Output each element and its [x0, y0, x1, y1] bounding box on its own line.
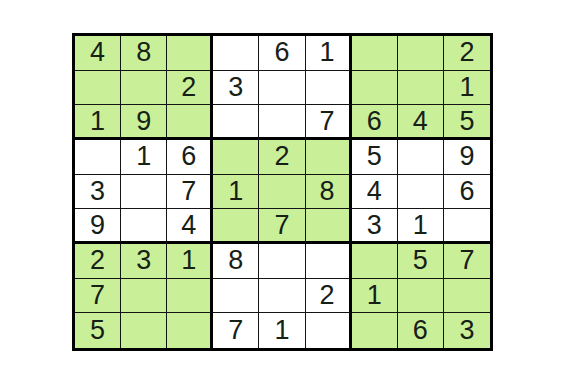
sudoku-cell-r3c6[interactable]: 7 [306, 105, 352, 140]
sudoku-cell-r4c6[interactable] [306, 140, 352, 175]
sudoku-cell-r3c1[interactable]: 1 [75, 105, 121, 140]
sudoku-cell-r5c5[interactable] [259, 175, 305, 210]
sudoku-cell-r7c2[interactable]: 3 [121, 244, 167, 279]
sudoku-cell-r9c4[interactable]: 7 [213, 313, 259, 348]
sudoku-cell-r4c2[interactable]: 1 [121, 140, 167, 175]
sudoku-cell-r8c6[interactable]: 2 [306, 279, 352, 314]
sudoku-cell-r9c5[interactable]: 1 [259, 313, 305, 348]
sudoku-cell-r5c8[interactable] [398, 175, 444, 210]
sudoku-cell-r5c3[interactable]: 7 [167, 175, 213, 210]
sudoku-cell-r7c4[interactable]: 8 [213, 244, 259, 279]
sudoku-cell-r4c1[interactable] [75, 140, 121, 175]
sudoku-cell-r6c3[interactable]: 4 [167, 209, 213, 244]
sudoku-cell-r3c8[interactable]: 4 [398, 105, 444, 140]
sudoku-cell-r5c6[interactable]: 8 [306, 175, 352, 210]
sudoku-cell-r6c8[interactable]: 1 [398, 209, 444, 244]
sudoku-cell-r1c5[interactable]: 6 [259, 36, 305, 71]
sudoku-cell-r4c7[interactable]: 5 [352, 140, 398, 175]
sudoku-cell-r2c2[interactable] [121, 71, 167, 106]
sudoku-cell-r2c7[interactable] [352, 71, 398, 106]
sudoku-cell-r5c9[interactable]: 6 [444, 175, 490, 210]
sudoku-cell-r8c3[interactable] [167, 279, 213, 314]
sudoku-cell-r8c4[interactable] [213, 279, 259, 314]
sudoku-cell-r9c3[interactable] [167, 313, 213, 348]
sudoku-cell-r6c5[interactable]: 7 [259, 209, 305, 244]
sudoku-cell-r4c8[interactable] [398, 140, 444, 175]
sudoku-cell-r9c9[interactable]: 3 [444, 313, 490, 348]
sudoku-cell-r3c2[interactable]: 9 [121, 105, 167, 140]
sudoku-cell-r6c6[interactable] [306, 209, 352, 244]
sudoku-cell-r1c9[interactable]: 2 [444, 36, 490, 71]
sudoku-cell-r2c4[interactable]: 3 [213, 71, 259, 106]
sudoku-cell-r7c1[interactable]: 2 [75, 244, 121, 279]
sudoku-cell-r3c9[interactable]: 5 [444, 105, 490, 140]
sudoku-cell-r2c6[interactable] [306, 71, 352, 106]
sudoku-cell-r8c2[interactable] [121, 279, 167, 314]
sudoku-cell-r7c5[interactable] [259, 244, 305, 279]
sudoku-cell-r9c6[interactable] [306, 313, 352, 348]
sudoku-cell-r2c1[interactable] [75, 71, 121, 106]
sudoku-cell-r1c4[interactable] [213, 36, 259, 71]
sudoku-cell-r1c6[interactable]: 1 [306, 36, 352, 71]
sudoku-cell-r3c4[interactable] [213, 105, 259, 140]
sudoku-cell-r1c1[interactable]: 4 [75, 36, 121, 71]
sudoku-cell-r8c9[interactable] [444, 279, 490, 314]
sudoku-cell-r2c3[interactable]: 2 [167, 71, 213, 106]
sudoku-cell-r6c9[interactable] [444, 209, 490, 244]
sudoku-cell-r1c8[interactable] [398, 36, 444, 71]
sudoku-board: 4861223119764516259371846947312318577215… [72, 33, 493, 351]
sudoku-cell-r6c2[interactable] [121, 209, 167, 244]
sudoku-cell-r2c9[interactable]: 1 [444, 71, 490, 106]
sudoku-cell-r7c6[interactable] [306, 244, 352, 279]
sudoku-cell-r1c2[interactable]: 8 [121, 36, 167, 71]
sudoku-cell-r4c3[interactable]: 6 [167, 140, 213, 175]
sudoku-cell-r8c1[interactable]: 7 [75, 279, 121, 314]
sudoku-cell-r5c2[interactable] [121, 175, 167, 210]
sudoku-cell-r7c7[interactable] [352, 244, 398, 279]
sudoku-cell-r5c4[interactable]: 1 [213, 175, 259, 210]
sudoku-cell-r5c1[interactable]: 3 [75, 175, 121, 210]
sudoku-cell-r7c8[interactable]: 5 [398, 244, 444, 279]
sudoku-cell-r3c3[interactable] [167, 105, 213, 140]
sudoku-cell-r6c4[interactable] [213, 209, 259, 244]
sudoku-cell-r4c9[interactable]: 9 [444, 140, 490, 175]
sudoku-cell-r4c5[interactable]: 2 [259, 140, 305, 175]
sudoku-cell-r9c1[interactable]: 5 [75, 313, 121, 348]
sudoku-cell-r1c7[interactable] [352, 36, 398, 71]
sudoku-cell-r2c8[interactable] [398, 71, 444, 106]
sudoku-cell-r5c7[interactable]: 4 [352, 175, 398, 210]
sudoku-cell-r3c5[interactable] [259, 105, 305, 140]
sudoku-cell-r9c2[interactable] [121, 313, 167, 348]
sudoku-cell-r8c5[interactable] [259, 279, 305, 314]
sudoku-cell-r6c7[interactable]: 3 [352, 209, 398, 244]
sudoku-cell-r3c7[interactable]: 6 [352, 105, 398, 140]
sudoku-cell-r7c3[interactable]: 1 [167, 244, 213, 279]
sudoku-cell-r4c4[interactable] [213, 140, 259, 175]
sudoku-cell-r9c7[interactable] [352, 313, 398, 348]
sudoku-cell-r9c8[interactable]: 6 [398, 313, 444, 348]
sudoku-cell-r7c9[interactable]: 7 [444, 244, 490, 279]
sudoku-cell-r1c3[interactable] [167, 36, 213, 71]
sudoku-cell-r8c8[interactable] [398, 279, 444, 314]
sudoku-cell-r8c7[interactable]: 1 [352, 279, 398, 314]
sudoku-cell-r2c5[interactable] [259, 71, 305, 106]
sudoku-cell-r6c1[interactable]: 9 [75, 209, 121, 244]
